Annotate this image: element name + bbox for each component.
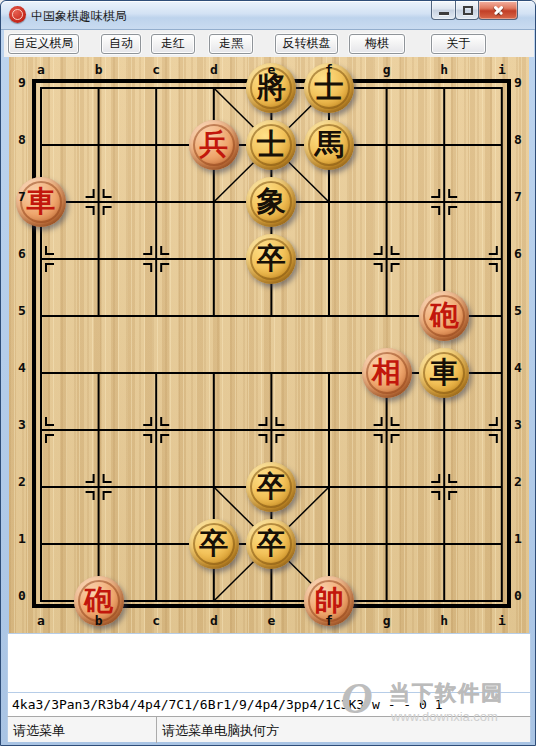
status-message-left: 请选菜单: [13, 722, 65, 740]
point-d6[interactable]: [185, 231, 243, 288]
about-button[interactable]: 关于: [431, 34, 486, 54]
file-label-bottom-h: h: [436, 613, 452, 629]
custom-position-button[interactable]: 自定义棋局: [8, 34, 79, 54]
rank-label-right-8: 8: [510, 132, 526, 148]
point-g3[interactable]: [358, 402, 416, 459]
point-b7[interactable]: [70, 174, 128, 231]
rank-label-right-3: 3: [510, 417, 526, 433]
rank-label-right-9: 9: [510, 75, 526, 91]
rank-label-right-1: 1: [510, 531, 526, 547]
file-label-top-e: e: [263, 62, 279, 78]
rank-label-left-0: 0: [14, 588, 30, 604]
point-g7[interactable]: [358, 174, 416, 231]
point-e3[interactable]: [243, 402, 301, 459]
rank-label-right-5: 5: [510, 303, 526, 319]
point-g6[interactable]: [358, 231, 416, 288]
rank-label-left-6: 6: [14, 246, 30, 262]
rank-label-left-4: 4: [14, 360, 30, 376]
point-f7[interactable]: [300, 174, 358, 231]
point-e6[interactable]: 卒: [243, 231, 301, 288]
piece-black-pawn-d1[interactable]: 卒: [189, 519, 239, 569]
point-e1[interactable]: 卒: [243, 516, 301, 573]
status-divider: [156, 717, 157, 743]
fen-bar: 4ka3/3Pan3/R3b4/4p4/7C1/6Br1/9/4p4/3pp4/…: [7, 693, 531, 716]
move-red-button[interactable]: 走红: [151, 34, 195, 54]
title-bar[interactable]: 中国象棋趣味棋局: [1, 1, 536, 30]
piece-black-pawn-e6[interactable]: 卒: [246, 234, 296, 284]
undo-move-button[interactable]: 梅棋: [349, 34, 405, 54]
point-c3[interactable]: [127, 402, 185, 459]
flip-board-button[interactable]: 反转棋盘: [275, 34, 338, 54]
point-h6[interactable]: [415, 231, 473, 288]
auto-play-button[interactable]: 自动: [101, 34, 141, 54]
point-f1[interactable]: [300, 516, 358, 573]
file-label-bottom-i: i: [494, 613, 510, 629]
board-grid: 將士兵士馬車象卒砲相車卒卒卒砲帥: [12, 60, 530, 630]
point-g2[interactable]: [358, 459, 416, 516]
file-label-top-d: d: [206, 62, 222, 78]
point-b2[interactable]: [70, 459, 128, 516]
rank-label-left-5: 5: [14, 303, 30, 319]
point-d8[interactable]: 兵: [185, 117, 243, 174]
point-b4[interactable]: [70, 345, 128, 402]
minimize-icon: [439, 12, 449, 15]
rank-label-left-7: 7: [14, 189, 30, 205]
piece-black-elephant-e7[interactable]: 象: [246, 177, 296, 227]
minimize-button[interactable]: [431, 1, 456, 20]
status-bar: 请选菜单 请选菜单电脑执何方: [7, 716, 531, 742]
point-d2[interactable]: [185, 459, 243, 516]
rank-label-right-0: 0: [510, 588, 526, 604]
piece-black-advisor-e8[interactable]: 士: [246, 120, 296, 170]
file-label-top-f: f: [321, 62, 337, 78]
file-label-top-c: c: [148, 62, 164, 78]
toolbar: 自定义棋局 自动 走红 走黑 反转棋盘 梅棋 关于: [4, 30, 534, 57]
point-g1[interactable]: [358, 516, 416, 573]
point-f8[interactable]: 馬: [300, 117, 358, 174]
maximize-button[interactable]: [455, 1, 479, 20]
file-label-bottom-f: f: [321, 613, 337, 629]
rank-label-right-6: 6: [510, 246, 526, 262]
point-f4[interactable]: [300, 345, 358, 402]
close-button[interactable]: [478, 1, 518, 20]
point-h8[interactable]: [415, 117, 473, 174]
point-c5[interactable]: [127, 288, 185, 345]
file-label-top-a: a: [33, 62, 49, 78]
point-e2[interactable]: 卒: [243, 459, 301, 516]
point-b5[interactable]: [70, 288, 128, 345]
point-c1[interactable]: [127, 516, 185, 573]
point-e5[interactable]: [243, 288, 301, 345]
point-b1[interactable]: [70, 516, 128, 573]
point-g5[interactable]: [358, 288, 416, 345]
rank-label-right-7: 7: [510, 189, 526, 205]
rank-label-left-1: 1: [14, 531, 30, 547]
xiangqi-board: 將士兵士馬車象卒砲相車卒卒卒砲帥 aabbccddeeffgghhii99887…: [9, 57, 529, 633]
move-list-panel: [7, 633, 531, 693]
point-c7[interactable]: [127, 174, 185, 231]
point-h4[interactable]: 車: [415, 345, 473, 402]
point-b3[interactable]: [70, 402, 128, 459]
move-black-button[interactable]: 走黑: [209, 34, 253, 54]
point-f5[interactable]: [300, 288, 358, 345]
rank-label-left-9: 9: [14, 75, 30, 91]
piece-black-pawn-e2[interactable]: 卒: [246, 462, 296, 512]
piece-red-pawn-d8[interactable]: 兵: [189, 120, 239, 170]
point-c8[interactable]: [127, 117, 185, 174]
file-label-bottom-c: c: [148, 613, 164, 629]
maximize-icon: [463, 6, 473, 15]
app-window: 中国象棋趣味棋局 自定义棋局 自动 走红 走黑 反转棋盘 梅棋 关于 將士兵士馬…: [0, 0, 536, 746]
point-d3[interactable]: [185, 402, 243, 459]
point-d5[interactable]: [185, 288, 243, 345]
piece-black-pawn-e1[interactable]: 卒: [246, 519, 296, 569]
point-c6[interactable]: [127, 231, 185, 288]
app-seal-icon: [9, 6, 26, 23]
file-label-bottom-g: g: [379, 613, 395, 629]
point-h7[interactable]: [415, 174, 473, 231]
file-label-bottom-d: d: [206, 613, 222, 629]
point-d7[interactable]: [185, 174, 243, 231]
file-label-bottom-a: a: [33, 613, 49, 629]
point-d1[interactable]: 卒: [185, 516, 243, 573]
piece-red-elephant-g4[interactable]: 相: [362, 348, 412, 398]
point-h2[interactable]: [415, 459, 473, 516]
point-b6[interactable]: [70, 231, 128, 288]
file-label-top-b: b: [91, 62, 107, 78]
point-e8[interactable]: 士: [243, 117, 301, 174]
point-c4[interactable]: [127, 345, 185, 402]
rank-label-left-8: 8: [14, 132, 30, 148]
point-f6[interactable]: [300, 231, 358, 288]
piece-black-horse-f8[interactable]: 馬: [304, 120, 354, 170]
file-label-top-i: i: [494, 62, 510, 78]
point-e4[interactable]: [243, 345, 301, 402]
point-b8[interactable]: [70, 117, 128, 174]
point-h3[interactable]: [415, 402, 473, 459]
rank-label-right-2: 2: [510, 474, 526, 490]
point-g4[interactable]: 相: [358, 345, 416, 402]
rank-label-left-2: 2: [14, 474, 30, 490]
point-f3[interactable]: [300, 402, 358, 459]
rank-label-left-3: 3: [14, 417, 30, 433]
file-label-bottom-e: e: [263, 613, 279, 629]
point-h1[interactable]: [415, 516, 473, 573]
rank-label-right-4: 4: [510, 360, 526, 376]
point-f2[interactable]: [300, 459, 358, 516]
point-h5[interactable]: 砲: [415, 288, 473, 345]
file-label-bottom-b: b: [91, 613, 107, 629]
point-g8[interactable]: [358, 117, 416, 174]
point-e7[interactable]: 象: [243, 174, 301, 231]
point-d4[interactable]: [185, 345, 243, 402]
file-label-top-h: h: [436, 62, 452, 78]
piece-black-rook-h4[interactable]: 車: [419, 348, 469, 398]
point-c2[interactable]: [127, 459, 185, 516]
window-title: 中国象棋趣味棋局: [31, 8, 127, 25]
file-label-top-g: g: [379, 62, 395, 78]
piece-red-cannon-h5[interactable]: 砲: [419, 291, 469, 341]
status-message-middle: 请选菜单电脑执何方: [162, 722, 279, 740]
